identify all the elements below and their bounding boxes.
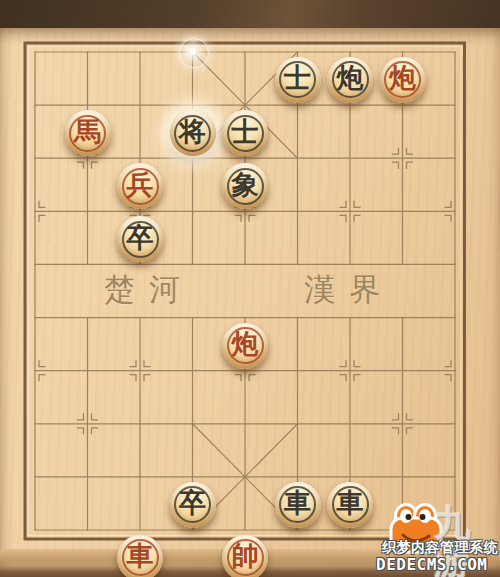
- piece-glyph: 卒: [179, 490, 206, 517]
- piece-black-車[interactable]: 車: [275, 482, 321, 528]
- piece-glyph: 馬: [74, 119, 101, 146]
- last-move-origin-marker: [179, 38, 209, 68]
- piece-red-車[interactable]: 車: [117, 535, 163, 577]
- piece-black-車[interactable]: 車: [327, 482, 373, 528]
- piece-black-象[interactable]: 象: [222, 163, 268, 209]
- xiangqi-board[interactable]: 士炮炮馬将士兵象卒炮卒車車車帥: [9, 53, 482, 577]
- piece-red-兵[interactable]: 兵: [117, 163, 163, 209]
- piece-glyph: 炮: [337, 65, 364, 92]
- piece-red-帥[interactable]: 帥: [222, 535, 268, 577]
- piece-glyph: 兵: [127, 172, 154, 199]
- piece-glyph: 車: [284, 490, 311, 517]
- piece-black-士[interactable]: 士: [275, 57, 321, 103]
- piece-red-炮[interactable]: 炮: [222, 323, 268, 369]
- piece-glyph: 帥: [232, 543, 259, 570]
- xiangqi-app: 楚河 漢界 士炮炮馬将士兵象卒炮卒車車車帥 九游 织梦内容管理系统 DEDECM…: [0, 0, 500, 577]
- piece-glyph: 象: [232, 172, 259, 199]
- piece-glyph: 士: [284, 65, 311, 92]
- piece-glyph: 車: [127, 543, 154, 570]
- piece-glyph: 車: [337, 490, 364, 517]
- piece-red-炮[interactable]: 炮: [380, 57, 426, 103]
- piece-glyph: 卒: [127, 225, 154, 252]
- top-wood-bar: [0, 0, 500, 28]
- piece-black-士[interactable]: 士: [222, 110, 268, 156]
- piece-black-将[interactable]: 将: [170, 110, 216, 156]
- piece-glyph: 士: [232, 119, 259, 146]
- piece-glyph: 炮: [389, 65, 416, 92]
- piece-black-炮[interactable]: 炮: [327, 57, 373, 103]
- piece-glyph: 炮: [232, 331, 259, 358]
- piece-black-卒[interactable]: 卒: [170, 482, 216, 528]
- piece-red-馬[interactable]: 馬: [65, 110, 111, 156]
- watermark-dedecms-text: DEDECMS.COM: [376, 555, 487, 574]
- piece-black-卒[interactable]: 卒: [117, 216, 163, 262]
- piece-glyph: 将: [179, 119, 206, 146]
